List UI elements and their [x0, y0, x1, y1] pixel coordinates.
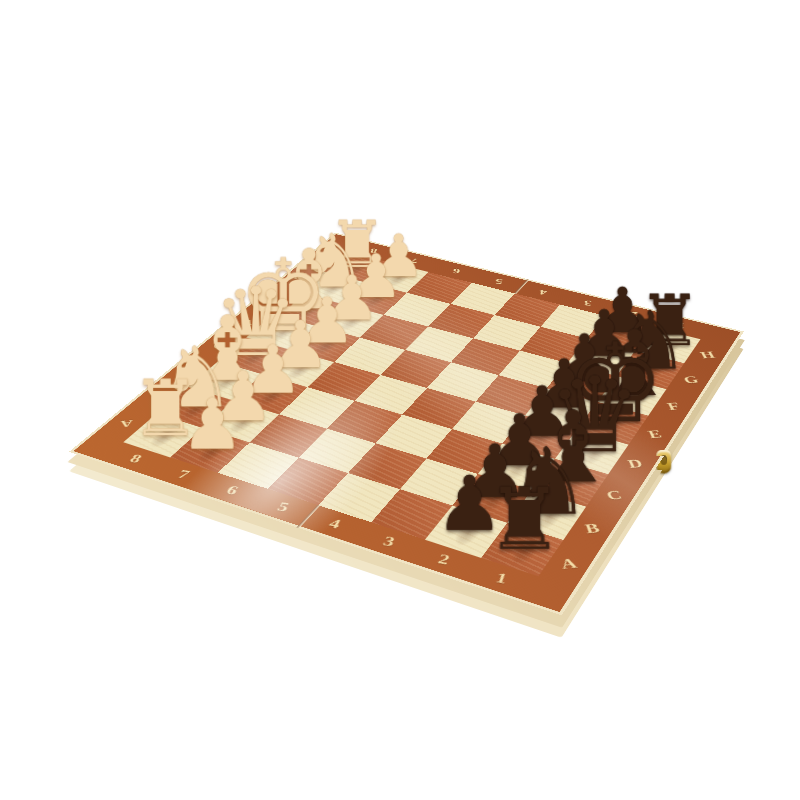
- light-pawn-glyph: ♟: [143, 390, 281, 460]
- coordinate-glyph: 6: [452, 267, 461, 275]
- chess-board: ABCDEFGH8♜♞♝♛♚♝♞♜87♟♟♟♟♟♟♟♟7665544332♟♟♟…: [69, 233, 744, 616]
- coordinate-glyph: F: [268, 296, 278, 305]
- coordinate-glyph: 8: [127, 452, 145, 466]
- coordinate-glyph: 2: [436, 551, 452, 568]
- board-3d: ABCDEFGH8♜♞♝♛♚♝♞♜87♟♟♟♟♟♟♟♟7665544332♟♟♟…: [69, 233, 744, 616]
- coordinate-glyph: H: [698, 349, 717, 361]
- coordinate-glyph: H: [316, 255, 328, 263]
- coordinate-glyph: 7: [174, 467, 192, 482]
- coordinate-glyph: 8: [369, 247, 378, 255]
- coordinate-glyph: 1: [493, 570, 509, 588]
- coordinate-glyph: 4: [326, 516, 343, 532]
- coordinate-glyph: 5: [274, 499, 291, 515]
- coordinate-glyph: G: [292, 275, 304, 283]
- coordinate-glyph: A: [559, 555, 579, 572]
- coordinate-glyph: 3: [584, 299, 592, 308]
- dark-rook-glyph: ♜: [449, 476, 600, 562]
- coordinate-glyph: 4: [539, 288, 547, 296]
- coordinate-glyph: E: [241, 318, 252, 327]
- coordinate-glyph: 3: [380, 533, 397, 550]
- coordinate-glyph: 5: [495, 277, 503, 285]
- product-photo-scene: ABCDEFGH8♜♞♝♛♚♝♞♜87♟♟♟♟♟♟♟♟7665544332♟♟♟…: [0, 0, 800, 800]
- coordinate-glyph: 7: [410, 257, 419, 265]
- coordinate-glyph: 6: [224, 483, 242, 498]
